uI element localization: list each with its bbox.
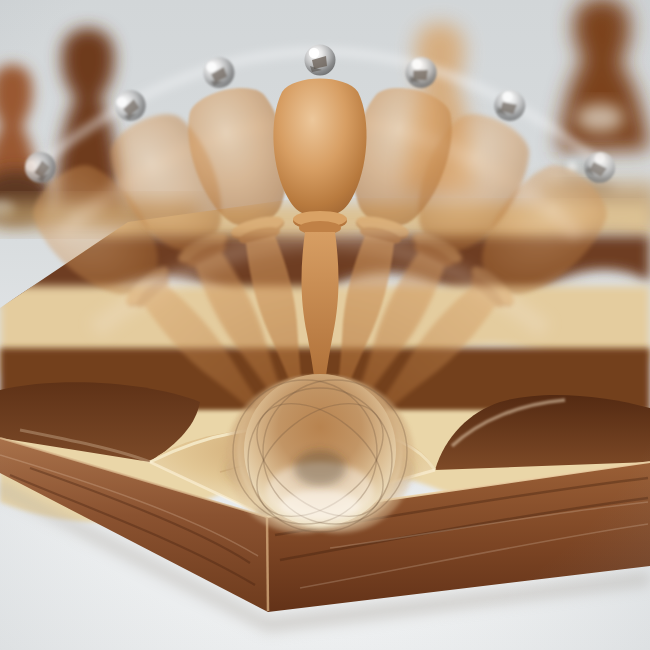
wobble-chess-scene: Close-up of a wobble chess set: a maple … — [0, 0, 650, 650]
photo-stage: Close-up of a wobble chess set: a maple … — [0, 0, 650, 650]
vignette-overlay — [0, 0, 650, 650]
